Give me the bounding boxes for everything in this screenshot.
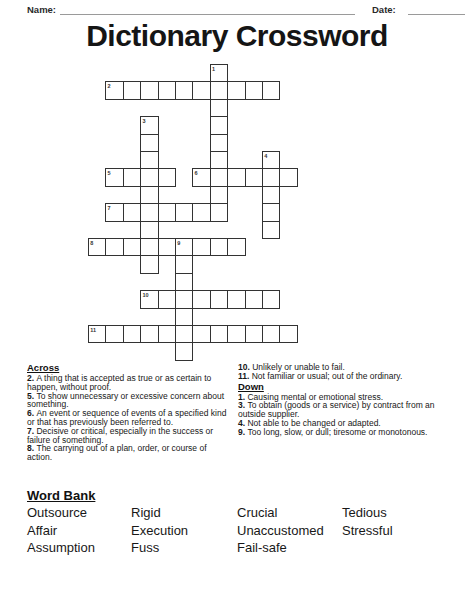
grid-cell-r10-c7[interactable] [210,238,228,256]
grid-cell-r2-c7[interactable] [210,99,228,117]
grid-cell-r6-c8[interactable] [227,168,245,186]
grid-cell-r6-c3[interactable] [140,168,158,186]
grid-cell-r5-c3[interactable] [140,151,158,169]
clue-down-3: 3. To obtain (goods or a service) by con… [238,401,452,419]
grid-cell-r8-c3[interactable] [140,203,158,221]
clue-across-8: 8. The carrying out of a plan, order, or… [27,444,229,462]
clue-across-7: 7. Decisive or critical, especially in t… [27,427,229,445]
grid-cell-r15-c11[interactable] [279,325,297,343]
grid-cell-r13-c5[interactable] [175,290,193,308]
name-fill-line[interactable] [60,14,355,15]
clue-number-5: 5 [108,170,111,176]
word-bank-word-failsafe: Fail-safe [237,541,342,555]
grid-cell-r6-c9[interactable] [245,168,263,186]
clue-number-11: 11 [90,327,96,333]
word-bank-word-outsource: Outsource [27,506,131,520]
grid-cell-r10-c3[interactable] [140,238,158,256]
grid-cell-r9-c10[interactable] [262,221,280,239]
page-title: Dictionary Crossword [0,19,474,53]
clue-across-2: 2. A thing that is accepted as true or a… [27,374,229,392]
grid-cell-r7-c3[interactable] [140,186,158,204]
grid-cell-r15-c9[interactable] [245,325,263,343]
date-fill-line[interactable] [408,14,465,15]
word-bank-word-unaccustomed: Unaccustomed [237,524,342,538]
word-bank-word-rigid: Rigid [131,506,237,520]
clue-across-5-text: To show unnecessary or excessive concern… [27,391,224,410]
grid-cell-r6-c6[interactable]: 6 [192,168,210,186]
clue-number-9: 9 [177,240,180,246]
clue-number-7: 7 [108,205,111,211]
date-label: Date: [372,4,396,15]
grid-cell-r14-c5[interactable] [175,308,193,326]
grid-cell-r13-c10[interactable] [262,290,280,308]
grid-cell-r11-c3[interactable] [140,255,158,273]
grid-cell-r10-c5[interactable]: 9 [175,238,193,256]
grid-cell-r5-c7[interactable] [210,151,228,169]
down-heading: Down [238,382,452,392]
across-heading: Across [27,363,229,373]
grid-cell-r10-c2[interactable] [123,238,141,256]
word-bank: Word Bank OutsourceRigidCrucialTediousAf… [27,489,459,555]
clue-number-2: 2 [108,83,111,89]
grid-cell-r6-c2[interactable] [123,168,141,186]
grid-cell-r15-c0[interactable]: 11 [88,325,106,343]
clue-number-10: 10 [142,292,148,298]
clue-number-3: 3 [142,118,145,124]
grid-cell-r6-c10[interactable] [262,168,280,186]
grid-cell-r1-c3[interactable] [140,81,158,99]
grid-cell-r15-c5[interactable] [175,325,193,343]
clue-across-7-text: Decisive or critical, especially in the … [27,426,213,445]
grid-cell-r15-c6[interactable] [192,325,210,343]
grid-cell-r13-c7[interactable] [210,290,228,308]
grid-cell-r0-c7[interactable]: 1 [210,64,228,82]
grid-cell-r10-c6[interactable] [192,238,210,256]
word-bank-word-affair: Affair [27,524,131,538]
grid-cell-r7-c7[interactable] [210,186,228,204]
clue-across-6: 6. An event or sequence of events of a s… [27,409,229,427]
clue-number-8: 8 [90,240,93,246]
clue-down-9-text: Too long, slow, or dull; tiresome or mon… [247,427,427,437]
worksheet-page: Name: Date: Dictionary Crossword 1234567… [0,0,474,613]
grid-cell-r7-c10[interactable] [262,186,280,204]
word-bank-word-execution: Execution [131,524,237,538]
word-bank-list: OutsourceRigidCrucialTediousAffairExecut… [27,506,459,555]
word-bank-word-crucial: Crucial [237,506,342,520]
grid-cell-r4-c7[interactable] [210,134,228,152]
word-bank-heading: Word Bank [27,489,459,503]
grid-cell-r15-c10[interactable] [262,325,280,343]
grid-cell-r13-c6[interactable] [192,290,210,308]
grid-cell-r8-c7[interactable] [210,203,228,221]
grid-cell-r15-c4[interactable] [158,325,176,343]
clues-left-column: Across2. A thing that is accepted as tru… [27,363,229,462]
clue-number-6: 6 [195,170,198,176]
grid-cell-r10-c0[interactable]: 8 [88,238,106,256]
grid-cell-r3-c3[interactable]: 3 [140,116,158,134]
word-bank-word-assumption: Assumption [27,541,131,555]
grid-cell-r16-c5[interactable] [175,342,193,360]
clue-across-11-number: 11. [238,371,252,381]
grid-cell-r13-c9[interactable] [245,290,263,308]
word-bank-word-tedious: Tedious [342,506,459,520]
grid-cell-r13-c8[interactable] [227,290,245,308]
clue-across-8-text: The carrying out of a plan, order, or co… [27,443,207,462]
grid-cell-r8-c4[interactable] [158,203,176,221]
grid-cell-r1-c8[interactable] [227,81,245,99]
clue-across-5: 5. To show unnecessary or excessive conc… [27,392,229,410]
clue-across-11: 11. Not familiar or usual; out of the or… [238,372,452,381]
grid-cell-r6-c11[interactable] [279,168,297,186]
grid-cell-r6-c7[interactable] [210,168,228,186]
grid-cell-r11-c5[interactable] [175,255,193,273]
grid-cell-r15-c2[interactable] [123,325,141,343]
grid-cell-r15-c7[interactable] [210,325,228,343]
grid-cell-r15-c3[interactable] [140,325,158,343]
grid-cell-r12-c5[interactable] [175,273,193,291]
clue-number-1: 1 [212,66,215,72]
grid-cell-r10-c4[interactable] [158,238,176,256]
clue-number-4: 4 [264,153,267,159]
clues-right-column: 10. Unlikely or unable to fail.11. Not f… [238,363,452,437]
grid-cell-r15-c8[interactable] [227,325,245,343]
grid-cell-r1-c5[interactable] [175,81,193,99]
grid-cell-r6-c4[interactable] [158,168,176,186]
clue-across-2-text: A thing that is accepted as true or as c… [27,373,211,392]
grid-cell-r8-c6[interactable] [192,203,210,221]
grid-cell-r5-c10[interactable]: 4 [262,151,280,169]
grid-cell-r8-c2[interactable] [123,203,141,221]
clue-down-9: 9. Too long, slow, or dull; tiresome or … [238,428,452,437]
grid-cell-r6-c1[interactable]: 5 [105,168,123,186]
crossword-grid: 1234567891011 [88,64,299,362]
clue-down-3-text: To obtain (goods or a service) by contra… [238,400,435,419]
clue-across-11-text: Not familiar or usual; out of the ordina… [252,371,403,381]
word-bank-word-fuss: Fuss [131,541,237,555]
grid-cell-r8-c1[interactable]: 7 [105,203,123,221]
name-label: Name: [27,4,56,15]
grid-cell-r1-c7[interactable] [210,81,228,99]
grid-cell-r13-c3[interactable]: 10 [140,290,158,308]
grid-cell-r3-c7[interactable] [210,116,228,134]
grid-cell-r10-c1[interactable] [105,238,123,256]
grid-cell-r1-c10[interactable] [262,81,280,99]
grid-cell-r4-c3[interactable] [140,134,158,152]
grid-cell-r1-c6[interactable] [192,81,210,99]
grid-cell-r13-c4[interactable] [158,290,176,308]
grid-cell-r8-c10[interactable] [262,203,280,221]
grid-cell-r9-c3[interactable] [140,221,158,239]
grid-cell-r1-c1[interactable]: 2 [105,81,123,99]
grid-cell-r1-c2[interactable] [123,81,141,99]
grid-cell-r1-c9[interactable] [245,81,263,99]
grid-cell-r10-c8[interactable] [227,238,245,256]
grid-cell-r8-c5[interactable] [175,203,193,221]
word-bank-word-stressful: Stressful [342,524,459,538]
grid-cell-r1-c4[interactable] [158,81,176,99]
grid-cell-r15-c1[interactable] [105,325,123,343]
clue-across-6-text: An event or sequence of events of a spec… [27,408,226,427]
